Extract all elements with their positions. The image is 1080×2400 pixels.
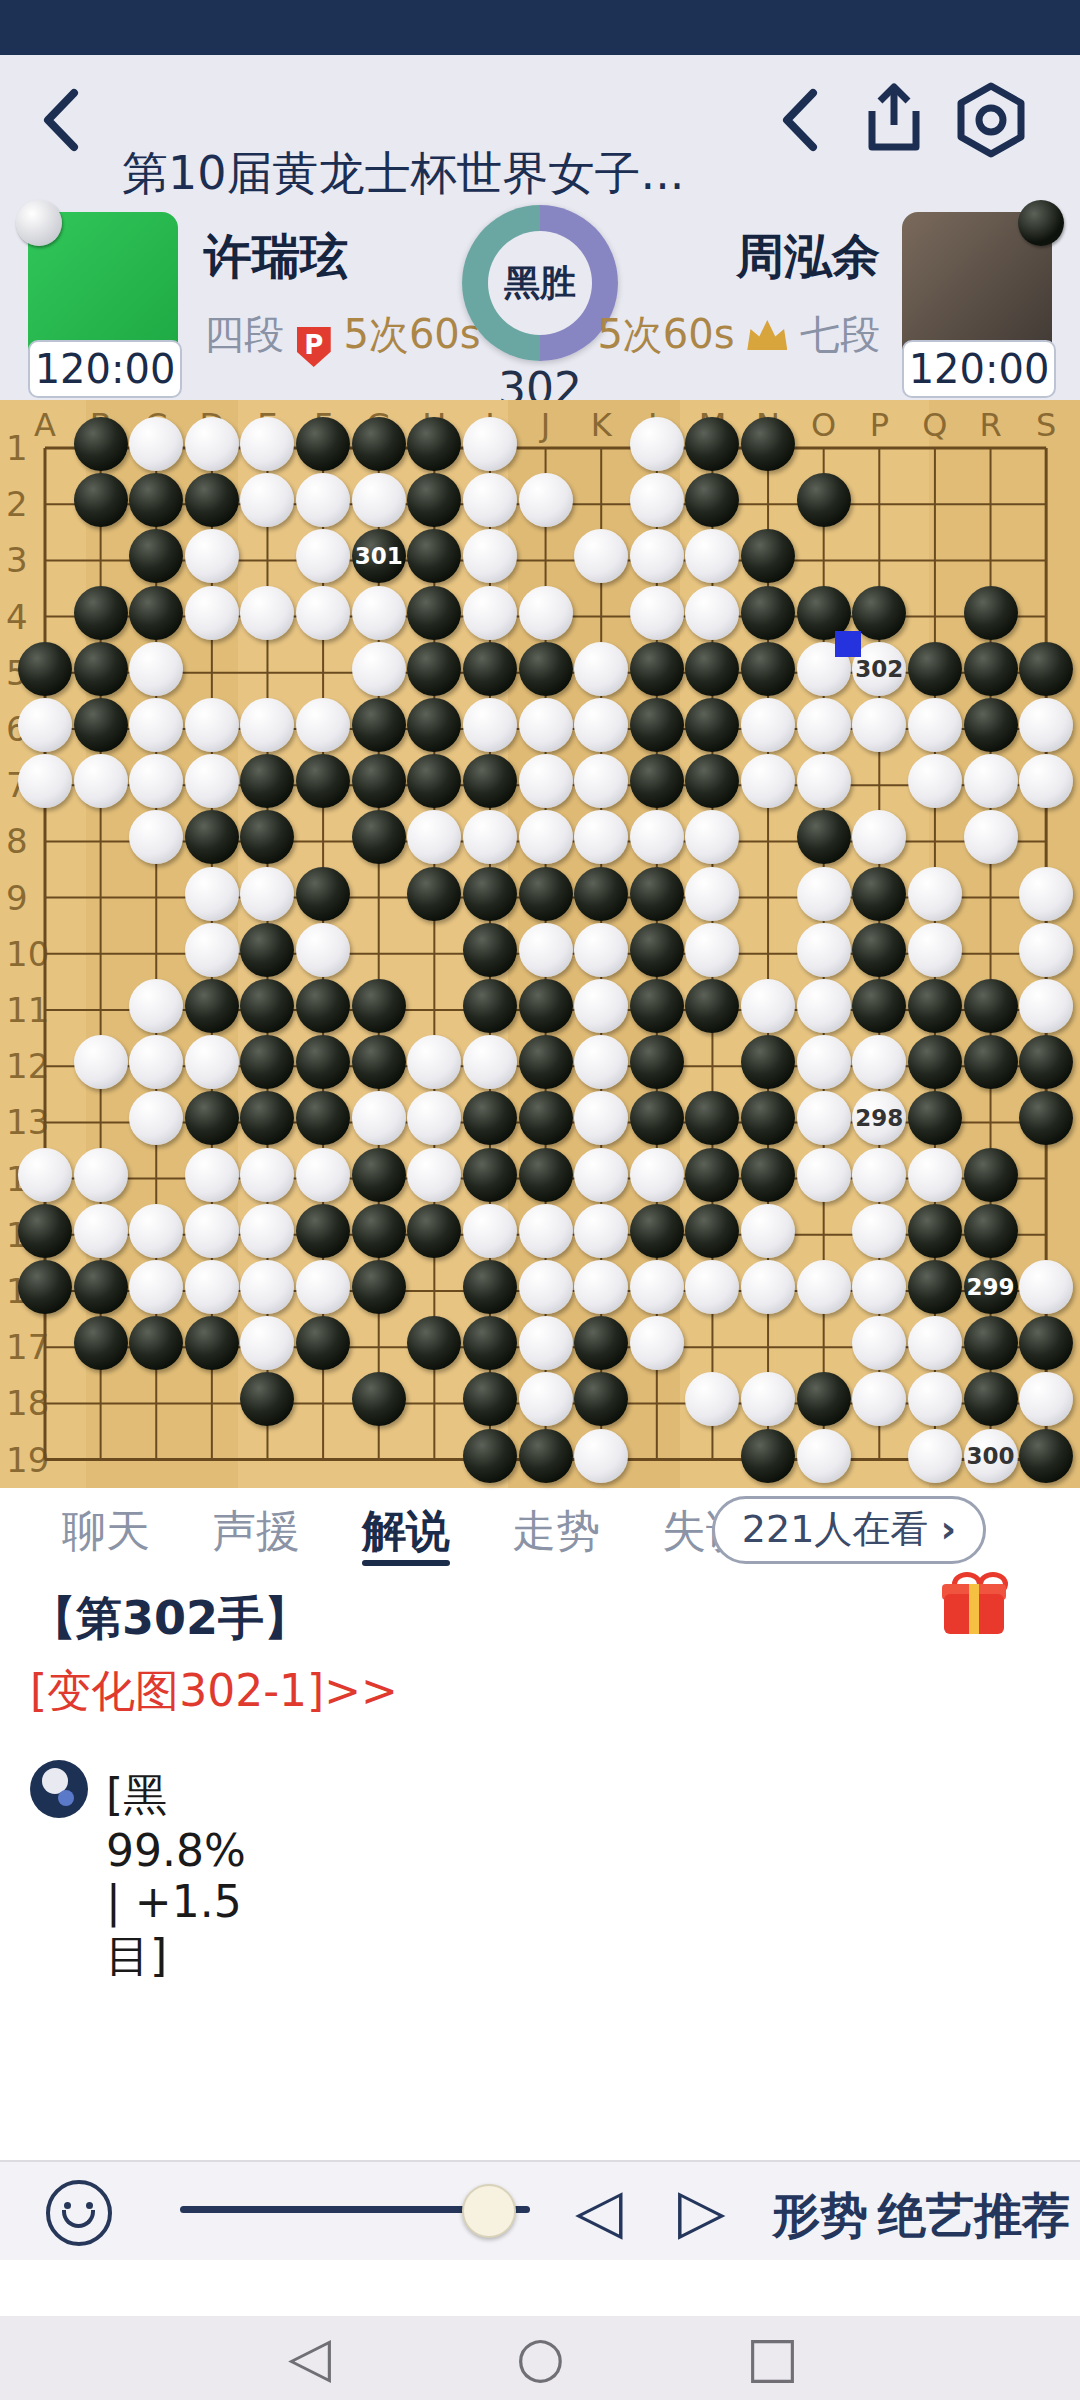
- white-stone-Q14: [908, 1148, 962, 1202]
- black-stone-M5: [685, 642, 739, 696]
- black-stone-H4: [407, 586, 461, 640]
- white-stone-G5: [352, 642, 406, 696]
- viewers-chevron-icon: ›: [940, 1507, 956, 1551]
- black-stone-J14: [519, 1148, 573, 1202]
- white-stone-K10: [574, 923, 628, 977]
- black-stone-R18: [964, 1372, 1018, 1426]
- white-stone-N11: [741, 979, 795, 1033]
- black-stone-F12: [296, 1035, 350, 1089]
- white-stone-J7: [519, 754, 573, 808]
- black-stone-G18: [352, 1372, 406, 1426]
- white-stone-L17: [630, 1316, 684, 1370]
- white-stone-O9: [797, 867, 851, 921]
- black-stone-P9: [852, 867, 906, 921]
- white-stone-J4: [519, 586, 573, 640]
- white-stone-L1: [630, 417, 684, 471]
- p-badge-icon: P: [297, 327, 331, 367]
- player-left-name: 许瑞玹: [204, 225, 348, 289]
- black-stone-F1: [296, 417, 350, 471]
- black-stone-H5: [407, 642, 461, 696]
- white-stone-K7: [574, 754, 628, 808]
- white-stone-D3: [185, 529, 239, 583]
- black-stone-I14: [463, 1148, 517, 1202]
- black-stone-B17: [74, 1316, 128, 1370]
- white-stone-K19: [574, 1429, 628, 1483]
- black-stone-N14: [741, 1148, 795, 1202]
- black-stone-D17: [185, 1316, 239, 1370]
- android-navbar: ◁ ○ □: [0, 2316, 1080, 2400]
- black-stone-G15: [352, 1204, 406, 1258]
- white-stone-K14: [574, 1148, 628, 1202]
- white-stone-F2: [296, 473, 350, 527]
- black-stone-H15: [407, 1204, 461, 1258]
- white-stone-I3: [463, 529, 517, 583]
- white-stone-K16: [574, 1260, 628, 1314]
- white-stone-D7: [185, 754, 239, 808]
- white-stone-E14: [240, 1148, 294, 1202]
- black-stone-R15: [964, 1204, 1018, 1258]
- tab-active-underline: [362, 1560, 450, 1566]
- black-stone-B6: [74, 698, 128, 752]
- white-stone-G4: [352, 586, 406, 640]
- white-stone-E15: [240, 1204, 294, 1258]
- white-stone-B12: [74, 1035, 128, 1089]
- bottom-toolbar: ◁ ▷ 形势 绝艺推荐: [0, 2160, 1080, 2260]
- white-stone-P15: [852, 1204, 906, 1258]
- black-stone-F9: [296, 867, 350, 921]
- white-stone-J8: [519, 810, 573, 864]
- white-stone-S10: [1019, 923, 1073, 977]
- white-stone-E4: [240, 586, 294, 640]
- share-icon[interactable]: [858, 81, 928, 159]
- white-stone-G2: [352, 473, 406, 527]
- white-stone-J17: [519, 1316, 573, 1370]
- white-stone-D14: [185, 1148, 239, 1202]
- white-stone-F16: [296, 1260, 350, 1314]
- clock-right: 120:00: [902, 340, 1056, 398]
- white-stone-G13: [352, 1091, 406, 1145]
- player-right-meta: 5次60s 七段: [540, 307, 880, 362]
- variation-link[interactable]: [变化图302-1]>>: [30, 1662, 398, 1721]
- black-stone-L12: [630, 1035, 684, 1089]
- black-stone-J5: [519, 642, 573, 696]
- white-stone-indicator: [16, 200, 62, 246]
- white-stone-I2: [463, 473, 517, 527]
- white-stone-N6: [741, 698, 795, 752]
- white-stone-R7: [964, 754, 1018, 808]
- white-stone-C1: [129, 417, 183, 471]
- white-stone-I8: [463, 810, 517, 864]
- white-stone-S6: [1019, 698, 1073, 752]
- white-stone-E9: [240, 867, 294, 921]
- viewers-count: 221人在看: [742, 1507, 929, 1551]
- white-stone-B15: [74, 1204, 128, 1258]
- white-stone-K6: [574, 698, 628, 752]
- crown-icon: [747, 320, 787, 350]
- white-stone-I1: [463, 417, 517, 471]
- player-left-time-rule: 5次60s: [343, 311, 480, 357]
- black-stone-H9: [407, 867, 461, 921]
- black-stone-E10: [240, 923, 294, 977]
- black-stone-B5: [74, 642, 128, 696]
- black-stone-S19: [1019, 1429, 1073, 1483]
- white-stone-J18: [519, 1372, 573, 1426]
- white-stone-N7: [741, 754, 795, 808]
- black-stone-J11: [519, 979, 573, 1033]
- white-stone-C16: [129, 1260, 183, 1314]
- player-left-rank: 四段: [204, 311, 284, 357]
- black-stone-G8: [352, 810, 406, 864]
- black-stone-K17: [574, 1316, 628, 1370]
- white-stone-F6: [296, 698, 350, 752]
- collapse-chevron-icon[interactable]: [775, 85, 825, 155]
- black-stone-N1: [741, 417, 795, 471]
- white-stone-K15: [574, 1204, 628, 1258]
- viewers-pill[interactable]: 221人在看 ›: [712, 1496, 986, 1564]
- black-stone-N12: [741, 1035, 795, 1089]
- tab-trend[interactable]: 走势: [512, 1502, 600, 1561]
- territory-button[interactable]: 形势: [772, 2184, 868, 2248]
- black-stone-L15: [630, 1204, 684, 1258]
- white-stone-C11: [129, 979, 183, 1033]
- next-move-button[interactable]: ▷: [678, 2174, 726, 2247]
- black-stone-indicator: [1018, 200, 1064, 246]
- black-stone-I11: [463, 979, 517, 1033]
- black-stone-O2: [797, 473, 851, 527]
- black-stone-F17: [296, 1316, 350, 1370]
- black-stone-I17: [463, 1316, 517, 1370]
- black-stone-Q5: [908, 642, 962, 696]
- black-stone-K9: [574, 867, 628, 921]
- black-stone-N4: [741, 586, 795, 640]
- black-stone-J19: [519, 1429, 573, 1483]
- tab-chat[interactable]: 聊天: [62, 1502, 150, 1561]
- black-stone-R16: 299: [964, 1260, 1018, 1314]
- black-stone-B4: [74, 586, 128, 640]
- white-stone-K11: [574, 979, 628, 1033]
- player-left-meta: 四段 P 5次60s: [204, 307, 481, 367]
- status-bar: [0, 0, 1080, 55]
- white-stone-J6: [519, 698, 573, 752]
- white-stone-D15: [185, 1204, 239, 1258]
- black-stone-R12: [964, 1035, 1018, 1089]
- white-stone-K12: [574, 1035, 628, 1089]
- black-stone-F15: [296, 1204, 350, 1258]
- white-stone-K5: [574, 642, 628, 696]
- white-stone-D6: [185, 698, 239, 752]
- white-stone-O11: [797, 979, 851, 1033]
- black-stone-R17: [964, 1316, 1018, 1370]
- black-stone-L10: [630, 923, 684, 977]
- player-right-time-rule: 5次60s: [597, 311, 734, 357]
- white-stone-D1: [185, 417, 239, 471]
- black-stone-F7: [296, 754, 350, 808]
- white-stone-O10: [797, 923, 851, 977]
- white-stone-L16: [630, 1260, 684, 1314]
- clock-left: 120:00: [28, 340, 182, 398]
- white-stone-R19: 300: [964, 1429, 1018, 1483]
- white-stone-Q10: [908, 923, 962, 977]
- black-stone-L7: [630, 754, 684, 808]
- back-icon[interactable]: [36, 85, 86, 155]
- white-stone-A6: [18, 698, 72, 752]
- black-stone-I7: [463, 754, 517, 808]
- black-stone-O18: [797, 1372, 851, 1426]
- white-stone-L4: [630, 586, 684, 640]
- white-stone-I4: [463, 586, 517, 640]
- black-stone-G7: [352, 754, 406, 808]
- go-board[interactable]: ABCDEFGHIJKLMNOPQRS123456789101112131415…: [0, 400, 1080, 1488]
- white-stone-F14: [296, 1148, 350, 1202]
- black-stone-A16: [18, 1260, 72, 1314]
- white-stone-S11: [1019, 979, 1073, 1033]
- nav-recents-icon[interactable]: □: [746, 2324, 799, 2389]
- black-stone-H1: [407, 417, 461, 471]
- black-stone-S12: [1019, 1035, 1073, 1089]
- white-stone-D16: [185, 1260, 239, 1314]
- nav-home-icon[interactable]: ○: [516, 2324, 565, 2389]
- black-stone-L5: [630, 642, 684, 696]
- white-stone-O13: [797, 1091, 851, 1145]
- white-stone-M9: [685, 867, 739, 921]
- white-stone-J2: [519, 473, 573, 527]
- black-stone-L11: [630, 979, 684, 1033]
- ai-logo-icon: [30, 1760, 88, 1818]
- commentary-move-title: 【第302手】: [30, 1588, 310, 1650]
- white-stone-J10: [519, 923, 573, 977]
- black-stone-I19: [463, 1429, 517, 1483]
- black-stone-S5: [1019, 642, 1073, 696]
- black-stone-J12: [519, 1035, 573, 1089]
- white-stone-L2: [630, 473, 684, 527]
- player-right-name: 周泓余: [660, 225, 880, 289]
- black-stone-P10: [852, 923, 906, 977]
- black-stone-I9: [463, 867, 517, 921]
- white-stone-Q9: [908, 867, 962, 921]
- black-stone-R14: [964, 1148, 1018, 1202]
- white-stone-O12: [797, 1035, 851, 1089]
- black-stone-I5: [463, 642, 517, 696]
- prev-move-button[interactable]: ◁: [575, 2174, 623, 2247]
- black-stone-J9: [519, 867, 573, 921]
- move-slider-knob[interactable]: [462, 2184, 516, 2238]
- white-stone-O19: [797, 1429, 851, 1483]
- white-stone-D4: [185, 586, 239, 640]
- black-stone-A15: [18, 1204, 72, 1258]
- ai-recommend-button[interactable]: 绝艺推荐: [878, 2184, 1070, 2248]
- white-stone-I15: [463, 1204, 517, 1258]
- black-stone-H6: [407, 698, 461, 752]
- black-stone-G6: [352, 698, 406, 752]
- white-stone-I12: [463, 1035, 517, 1089]
- white-stone-C15: [129, 1204, 183, 1258]
- white-stone-S16: [1019, 1260, 1073, 1314]
- black-stone-D13: [185, 1091, 239, 1145]
- black-stone-Q13: [908, 1091, 962, 1145]
- black-stone-B16: [74, 1260, 128, 1314]
- white-stone-O6: [797, 698, 851, 752]
- white-stone-Q19: [908, 1429, 962, 1483]
- ai-eval-text: [黑99.8% | +1.5目]: [106, 1766, 246, 1986]
- black-stone-R4: [964, 586, 1018, 640]
- white-stone-S7: [1019, 754, 1073, 808]
- black-stone-R5: [964, 642, 1018, 696]
- black-stone-I18: [463, 1372, 517, 1426]
- black-stone-I13: [463, 1091, 517, 1145]
- white-stone-J15: [519, 1204, 573, 1258]
- white-stone-B7: [74, 754, 128, 808]
- black-stone-G12: [352, 1035, 406, 1089]
- black-stone-D11: [185, 979, 239, 1033]
- white-stone-D12: [185, 1035, 239, 1089]
- white-stone-O7: [797, 754, 851, 808]
- white-stone-N16: [741, 1260, 795, 1314]
- black-stone-Q16: [908, 1260, 962, 1314]
- black-stone-F11: [296, 979, 350, 1033]
- black-stone-J13: [519, 1091, 573, 1145]
- tab-bar: 聊天 声援 解说 走势 失误 221人在看 ›: [0, 1488, 1080, 1568]
- player-right-rank: 七段: [800, 311, 880, 357]
- black-stone-P11: [852, 979, 906, 1033]
- white-stone-M4: [685, 586, 739, 640]
- black-stone-M14: [685, 1148, 739, 1202]
- black-stone-B2: [74, 473, 128, 527]
- black-stone-O8: [797, 810, 851, 864]
- black-stone-N5: [741, 642, 795, 696]
- settings-icon[interactable]: [952, 81, 1030, 159]
- emoji-keyboard-icon[interactable]: [46, 2180, 112, 2246]
- white-stone-M10: [685, 923, 739, 977]
- black-stone-R6: [964, 698, 1018, 752]
- white-stone-Q17: [908, 1316, 962, 1370]
- black-stone-S17: [1019, 1316, 1073, 1370]
- black-stone-Q15: [908, 1204, 962, 1258]
- black-stone-Q11: [908, 979, 962, 1033]
- white-stone-N15: [741, 1204, 795, 1258]
- variation-marker: [835, 631, 861, 657]
- tab-cheer[interactable]: 声援: [212, 1502, 300, 1561]
- black-stone-C4: [129, 586, 183, 640]
- black-stone-N19: [741, 1429, 795, 1483]
- white-stone-Q18: [908, 1372, 962, 1426]
- white-stone-F4: [296, 586, 350, 640]
- black-stone-G1: [352, 417, 406, 471]
- nav-back-icon[interactable]: ◁: [288, 2324, 331, 2389]
- black-stone-G3: 301: [352, 529, 406, 583]
- white-stone-D9: [185, 867, 239, 921]
- black-stone-L13: [630, 1091, 684, 1145]
- white-stone-P14: [852, 1148, 906, 1202]
- black-stone-G11: [352, 979, 406, 1033]
- black-stone-B1: [74, 417, 128, 471]
- black-stone-I16: [463, 1260, 517, 1314]
- white-stone-J16: [519, 1260, 573, 1314]
- black-stone-L9: [630, 867, 684, 921]
- black-stone-Q12: [908, 1035, 962, 1089]
- players-panel: 许瑞玹 四段 P 5次60s 120:00 黑胜 302 周泓余 5次60s 七…: [0, 195, 1080, 400]
- black-stone-D8: [185, 810, 239, 864]
- black-stone-M15: [685, 1204, 739, 1258]
- white-stone-S9: [1019, 867, 1073, 921]
- white-stone-F10: [296, 923, 350, 977]
- white-stone-A14: [18, 1148, 72, 1202]
- white-stone-L14: [630, 1148, 684, 1202]
- white-stone-P16: [852, 1260, 906, 1314]
- white-stone-D10: [185, 923, 239, 977]
- white-stone-B14: [74, 1148, 128, 1202]
- white-stone-Q6: [908, 698, 962, 752]
- black-stone-A5: [18, 642, 72, 696]
- white-stone-A7: [18, 754, 72, 808]
- black-stone-D2: [185, 473, 239, 527]
- black-stone-G14: [352, 1148, 406, 1202]
- white-stone-C5: [129, 642, 183, 696]
- white-stone-I6: [463, 698, 517, 752]
- black-stone-R11: [964, 979, 1018, 1033]
- header: 第10届黄龙士杯世界女子...: [0, 55, 1080, 195]
- white-stone-L3: [630, 529, 684, 583]
- white-stone-R8: [964, 810, 1018, 864]
- white-stone-O16: [797, 1260, 851, 1314]
- white-stone-P6: [852, 698, 906, 752]
- black-stone-L6: [630, 698, 684, 752]
- white-stone-C6: [129, 698, 183, 752]
- white-stone-O14: [797, 1148, 851, 1202]
- tab-commentary[interactable]: 解说: [362, 1502, 450, 1561]
- white-stone-L8: [630, 810, 684, 864]
- black-stone-I10: [463, 923, 517, 977]
- black-stone-G16: [352, 1260, 406, 1314]
- white-stone-Q7: [908, 754, 962, 808]
- white-stone-H14: [407, 1148, 461, 1202]
- gift-icon[interactable]: [942, 1572, 1006, 1636]
